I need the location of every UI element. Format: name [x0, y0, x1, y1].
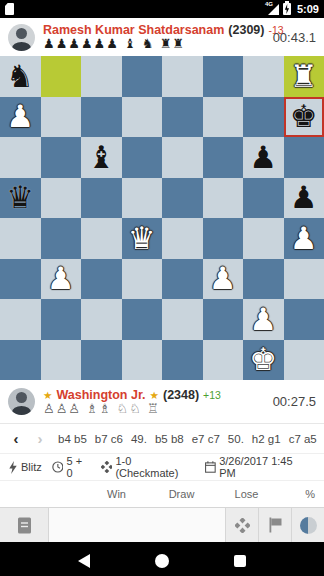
- square-g8[interactable]: [243, 56, 284, 97]
- square-a8[interactable]: ♞: [0, 56, 41, 97]
- square-b3[interactable]: ♟: [41, 259, 82, 300]
- avatar-silhouette: [16, 392, 27, 403]
- square-g3[interactable]: [243, 259, 284, 300]
- top-player-avatar[interactable]: [8, 24, 35, 51]
- square-a2[interactable]: [0, 299, 41, 340]
- square-f1[interactable]: [203, 340, 244, 381]
- square-a1[interactable]: [0, 340, 41, 381]
- stats-column-lose: Lose: [214, 488, 279, 500]
- android-home-button[interactable]: [155, 554, 169, 568]
- black-piece-p: ♟: [290, 182, 318, 213]
- square-g6[interactable]: ♟: [243, 137, 284, 178]
- title-star-icon: ★: [150, 389, 159, 401]
- square-f7[interactable]: [203, 97, 244, 138]
- square-c3[interactable]: [81, 259, 122, 300]
- move-token[interactable]: c7 a5: [289, 433, 317, 445]
- flag-icon: [268, 517, 283, 533]
- previous-move-button[interactable]: ‹: [4, 425, 28, 453]
- square-c2[interactable]: [81, 299, 122, 340]
- bottom-player-name[interactable]: Washington Jr.: [56, 388, 145, 402]
- square-e2[interactable]: [162, 299, 203, 340]
- square-f3[interactable]: ♟: [203, 259, 244, 300]
- square-b8[interactable]: [41, 56, 82, 97]
- square-c5[interactable]: [81, 178, 122, 219]
- square-f4[interactable]: [203, 218, 244, 259]
- square-e4[interactable]: [162, 218, 203, 259]
- bottom-player-rating-change: +13: [203, 389, 221, 401]
- flip-board-button[interactable]: [291, 508, 324, 542]
- square-b5[interactable]: [41, 178, 82, 219]
- square-d3[interactable]: [122, 259, 163, 300]
- square-d7[interactable]: [122, 97, 163, 138]
- move-token[interactable]: e7 c7: [192, 433, 220, 445]
- battery-charging-icon: [283, 3, 291, 15]
- square-a5[interactable]: ♛: [0, 178, 41, 219]
- square-h6[interactable]: [284, 137, 324, 178]
- white-piece-k: ♚: [249, 344, 277, 375]
- move-navigation-bar: ‹ › b4 b5b7 c649.b5 b8e7 c750.h2 g1c7 a5…: [0, 423, 324, 453]
- square-f8[interactable]: [203, 56, 244, 97]
- title-star-icon: ★: [43, 389, 52, 401]
- next-move-button[interactable]: ›: [28, 425, 52, 453]
- avatar-silhouette: [12, 42, 31, 51]
- white-piece-q: ♛: [128, 223, 156, 254]
- lightning-bolt-icon: [8, 461, 18, 474]
- top-player-captured-pieces: ♟♟♟♟♟♟ ♝ ♞ ♜♜: [43, 37, 273, 51]
- top-player-clock: 00:43.1: [273, 30, 316, 45]
- square-g7[interactable]: [243, 97, 284, 138]
- bottom-player-avatar[interactable]: [8, 388, 35, 415]
- square-f2[interactable]: [203, 299, 244, 340]
- white-piece-p: ♟: [209, 263, 237, 294]
- square-e7[interactable]: [162, 97, 203, 138]
- square-e6[interactable]: [162, 137, 203, 178]
- square-d1[interactable]: [122, 340, 163, 381]
- android-status-bar: 4G 5:09: [0, 0, 324, 18]
- square-a6[interactable]: [0, 137, 41, 178]
- stats-table-header: Win Draw Lose %: [0, 480, 324, 507]
- avatar-silhouette: [16, 28, 27, 39]
- android-recents-button[interactable]: [234, 555, 246, 567]
- android-nav-bar: [0, 542, 324, 576]
- square-g4[interactable]: [243, 218, 284, 259]
- bottom-player-rating: (2348): [163, 388, 199, 402]
- square-b6[interactable]: [41, 137, 82, 178]
- square-b4[interactable]: [41, 218, 82, 259]
- stats-column-draw: Draw: [149, 488, 214, 500]
- square-d4[interactable]: ♛: [122, 218, 163, 259]
- white-piece-p: ♟: [6, 101, 34, 132]
- square-b1[interactable]: [41, 340, 82, 381]
- square-b2[interactable]: [41, 299, 82, 340]
- game-date: 3/26/2017 1:45 PM: [205, 455, 310, 479]
- square-a4[interactable]: [0, 218, 41, 259]
- square-c4[interactable]: [81, 218, 122, 259]
- black-piece-q: ♛: [6, 182, 34, 213]
- square-f6[interactable]: [203, 137, 244, 178]
- black-piece-n: ♞: [6, 61, 34, 92]
- avatar-silhouette: [12, 406, 31, 415]
- square-d5[interactable]: [122, 178, 163, 219]
- time-control: 5 + 0: [52, 455, 91, 479]
- square-g2[interactable]: ♟: [243, 299, 284, 340]
- move-token[interactable]: 50.: [228, 433, 244, 445]
- square-c7[interactable]: [81, 97, 122, 138]
- black-piece-k: ♚: [290, 101, 318, 132]
- square-c6[interactable]: ♝: [81, 137, 122, 178]
- square-h4[interactable]: ♟: [284, 218, 324, 259]
- bottom-player-captured-pieces: ♙♙♙ ♗♗ ♘♘ ♖: [43, 402, 273, 416]
- android-back-button[interactable]: [78, 554, 90, 568]
- clock-icon: [52, 461, 64, 473]
- calendar-icon: [205, 461, 216, 473]
- chess-board: ♞♜♟♚♝♟♛♟♛♟♟♟♟♚: [0, 56, 324, 380]
- game-info-bar: Blitz 5 + 0 1-0 (Checkmate) 3/26/2017 1:…: [0, 453, 324, 480]
- square-a3[interactable]: [0, 259, 41, 300]
- document-icon: [17, 517, 32, 534]
- square-h1[interactable]: [284, 340, 324, 381]
- white-piece-p: ♟: [249, 304, 277, 335]
- game-result: 1-0 (Checkmate): [101, 455, 196, 479]
- sim-card-icon: [5, 3, 14, 15]
- four-diamonds-icon: [235, 518, 250, 533]
- black-piece-b: ♝: [87, 142, 115, 173]
- square-d6[interactable]: [122, 137, 163, 178]
- square-g5[interactable]: [243, 178, 284, 219]
- move-list: b4 b5b7 c649.b5 b8e7 c750.h2 g1c7 a551.b…: [58, 433, 320, 445]
- status-bar-clock: 5:09: [297, 3, 319, 15]
- board-editor-button[interactable]: [225, 508, 258, 542]
- stats-column-win: Win: [84, 488, 149, 500]
- bottom-player-bar: ★ Washington Jr. ★ (2348) +13 ♙♙♙ ♗♗ ♘♘ …: [0, 380, 324, 423]
- square-c1[interactable]: [81, 340, 122, 381]
- white-piece-r: ♜: [290, 61, 318, 92]
- flag-report-button[interactable]: [258, 508, 291, 542]
- stats-column-percent: %: [279, 488, 324, 500]
- top-player-name[interactable]: Ramesh Kumar Shatdarsanam: [43, 23, 224, 37]
- square-e5[interactable]: [162, 178, 203, 219]
- square-d8[interactable]: [122, 56, 163, 97]
- square-e8[interactable]: [162, 56, 203, 97]
- bottom-player-clock: 00:27.5: [273, 394, 316, 409]
- result-icon: [101, 461, 113, 473]
- toolbar-spacer: [49, 508, 225, 542]
- white-piece-p: ♟: [290, 223, 318, 254]
- move-token[interactable]: h2 g1: [252, 433, 281, 445]
- top-player-rating: (2309): [228, 23, 264, 37]
- notes-button[interactable]: [0, 508, 49, 542]
- square-h3[interactable]: [284, 259, 324, 300]
- top-player-bar: Ramesh Kumar Shatdarsanam (2309) -13 ♟♟♟…: [0, 18, 324, 56]
- square-a7[interactable]: ♟: [0, 97, 41, 138]
- cell-signal-icon: 4G: [266, 3, 279, 15]
- move-token[interactable]: b5 b8: [155, 433, 184, 445]
- square-g1[interactable]: ♚: [243, 340, 284, 381]
- half-circle-icon: [300, 517, 317, 534]
- square-e1[interactable]: [162, 340, 203, 381]
- square-e3[interactable]: [162, 259, 203, 300]
- bottom-toolbar: [0, 507, 324, 542]
- move-token[interactable]: 49.: [131, 433, 147, 445]
- square-d2[interactable]: [122, 299, 163, 340]
- square-h8[interactable]: ♜: [284, 56, 324, 97]
- move-token[interactable]: b4 b5: [58, 433, 87, 445]
- square-h5[interactable]: ♟: [284, 178, 324, 219]
- game-speed: Blitz: [8, 461, 42, 474]
- white-piece-p: ♟: [47, 263, 75, 294]
- square-c8[interactable]: [81, 56, 122, 97]
- square-f5[interactable]: [203, 178, 244, 219]
- square-b7[interactable]: [41, 97, 82, 138]
- chess-app-screen: 4G 5:09 Ramesh Kumar Shatdarsanam (2309)…: [0, 0, 324, 576]
- black-piece-p: ♟: [249, 142, 277, 173]
- square-h7[interactable]: ♚: [284, 97, 324, 138]
- square-h2[interactable]: [284, 299, 324, 340]
- move-token[interactable]: b7 c6: [95, 433, 123, 445]
